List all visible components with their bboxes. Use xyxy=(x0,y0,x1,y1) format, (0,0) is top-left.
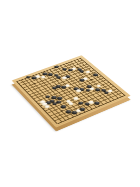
photo-background xyxy=(0,0,140,187)
board-grid xyxy=(17,58,125,123)
go-board-surface xyxy=(12,55,131,127)
